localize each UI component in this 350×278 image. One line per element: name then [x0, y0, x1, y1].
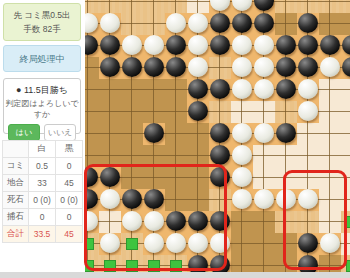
board-cell[interactable]: [231, 145, 253, 167]
board-cell[interactable]: [121, 35, 143, 57]
score-cell: 45: [56, 175, 83, 192]
white-stone[interactable]: [254, 35, 274, 55]
board-cell[interactable]: [99, 0, 121, 13]
board-cell[interactable]: [121, 123, 143, 145]
board-cell[interactable]: [231, 35, 253, 57]
black-stone[interactable]: [100, 35, 120, 55]
black-stone[interactable]: [210, 35, 230, 55]
black-stone[interactable]: [210, 79, 230, 99]
board-cell[interactable]: [319, 145, 341, 167]
board-cell[interactable]: [187, 101, 209, 123]
board-cell[interactable]: [319, 123, 341, 145]
board-cell[interactable]: [319, 101, 341, 123]
board-cell[interactable]: [275, 0, 297, 13]
board-cell[interactable]: [187, 0, 209, 13]
black-stone[interactable]: [232, 13, 252, 33]
board-cell[interactable]: [231, 211, 253, 233]
board-cell[interactable]: [275, 123, 297, 145]
board-cell[interactable]: [319, 35, 341, 57]
board-cell[interactable]: [231, 0, 253, 13]
black-stone[interactable]: [342, 35, 350, 55]
board-cell[interactable]: [297, 145, 319, 167]
board-cell[interactable]: [231, 57, 253, 79]
score-header: 白: [29, 141, 56, 158]
score-cell: 0 (0): [29, 192, 56, 209]
board-cell[interactable]: [231, 167, 253, 189]
score-cell: 0: [56, 209, 83, 226]
board-cell[interactable]: [165, 101, 187, 123]
black-stone[interactable]: [298, 13, 318, 33]
board-cell[interactable]: [341, 101, 350, 123]
board-cell[interactable]: [143, 13, 165, 35]
white-stone[interactable]: [188, 35, 208, 55]
score-cell: 死石: [3, 192, 29, 209]
komi-info: 先 コミ黒0.5出: [4, 8, 80, 22]
black-stone[interactable]: [144, 123, 164, 143]
board-cell[interactable]: [297, 0, 319, 13]
board-cell[interactable]: [275, 79, 297, 101]
board-cell[interactable]: [253, 13, 275, 35]
black-stone[interactable]: [254, 13, 274, 33]
board-cell[interactable]: [319, 0, 341, 13]
board-cell[interactable]: [121, 13, 143, 35]
board-cell[interactable]: [341, 123, 350, 145]
board-cell[interactable]: [341, 79, 350, 101]
board-cell[interactable]: [165, 0, 187, 13]
board-cell[interactable]: [253, 123, 275, 145]
black-stone[interactable]: [188, 79, 208, 99]
black-stone[interactable]: [144, 57, 164, 77]
white-stone[interactable]: [232, 167, 252, 187]
board-cell[interactable]: [253, 57, 275, 79]
score-cell: コミ: [3, 158, 29, 175]
board-cell[interactable]: [319, 79, 341, 101]
black-stone[interactable]: [210, 123, 230, 143]
board-cell[interactable]: [209, 79, 231, 101]
board-cell[interactable]: [209, 0, 231, 13]
board-cell[interactable]: [143, 0, 165, 13]
board-cell[interactable]: [187, 35, 209, 57]
board-cell[interactable]: [341, 57, 350, 79]
white-stone[interactable]: [254, 123, 274, 143]
score-cell: 0: [29, 209, 56, 226]
white-stone[interactable]: [122, 35, 142, 55]
black-stone[interactable]: [100, 57, 120, 77]
board-cell[interactable]: [121, 79, 143, 101]
board-cell[interactable]: [99, 13, 121, 35]
board-cell[interactable]: [319, 13, 341, 35]
board-cell[interactable]: [297, 79, 319, 101]
board-cell[interactable]: [341, 145, 350, 167]
white-stone[interactable]: [232, 189, 252, 209]
black-stone[interactable]: [166, 57, 186, 77]
white-stone[interactable]: [166, 13, 186, 33]
board-cell[interactable]: [275, 101, 297, 123]
score-cell: 33.5: [29, 226, 56, 243]
board-cell[interactable]: [231, 233, 253, 255]
yes-button[interactable]: はい: [8, 124, 40, 141]
white-stone[interactable]: [232, 57, 252, 77]
board-cell[interactable]: [209, 35, 231, 57]
board-cell[interactable]: [297, 35, 319, 57]
score-header: 黒: [56, 141, 83, 158]
side-panel: 先 コミ黒0.5出 手数 82手 終局処理中 ● 11.5目勝ち 判定図はよろし…: [0, 0, 85, 278]
game-info-box: 先 コミ黒0.5出 手数 82手: [3, 3, 81, 41]
board-cell[interactable]: [231, 79, 253, 101]
score-cell: 地合: [3, 175, 29, 192]
white-stone[interactable]: [232, 35, 252, 55]
no-button[interactable]: いいえ: [44, 124, 76, 141]
board-cell[interactable]: [121, 0, 143, 13]
black-stone[interactable]: [276, 79, 296, 99]
score-cell: 0: [56, 158, 83, 175]
score-cell: 45: [56, 226, 83, 243]
confirm-question: 判定図はよろしいですか: [4, 98, 80, 120]
black-stone[interactable]: [320, 35, 340, 55]
board-cell[interactable]: [209, 101, 231, 123]
white-stone[interactable]: [254, 189, 274, 209]
board-cell[interactable]: [143, 123, 165, 145]
board-cell[interactable]: [99, 123, 121, 145]
board-cell[interactable]: [99, 101, 121, 123]
board-cell[interactable]: [253, 167, 275, 189]
board-cell[interactable]: [253, 101, 275, 123]
board-cell[interactable]: [341, 13, 350, 35]
board-cell[interactable]: [297, 123, 319, 145]
board-cell[interactable]: [209, 13, 231, 35]
black-stone[interactable]: [166, 35, 186, 55]
board-cell[interactable]: [143, 57, 165, 79]
black-stone[interactable]: [276, 35, 296, 55]
board-cell[interactable]: [99, 57, 121, 79]
board-cell[interactable]: [143, 79, 165, 101]
board-cell[interactable]: [121, 57, 143, 79]
board-cell[interactable]: [99, 79, 121, 101]
window-bottom-edge: [0, 272, 350, 278]
black-stone[interactable]: [276, 57, 296, 77]
black-stone[interactable]: [254, 0, 274, 11]
white-stone[interactable]: [188, 57, 208, 77]
annotation-rect-right: [283, 170, 347, 270]
board-cell[interactable]: [253, 35, 275, 57]
board-cell[interactable]: [209, 57, 231, 79]
black-stone[interactable]: [210, 13, 230, 33]
score-cell: 0.5: [29, 158, 56, 175]
board-cell[interactable]: [275, 145, 297, 167]
white-stone[interactable]: [298, 79, 318, 99]
move-count: 手数 82手: [4, 22, 80, 36]
board-cell[interactable]: [187, 79, 209, 101]
board-cell[interactable]: [297, 57, 319, 79]
board-cell[interactable]: [165, 123, 187, 145]
board-cell[interactable]: [231, 123, 253, 145]
board-cell[interactable]: [187, 13, 209, 35]
score-cell: 捕石: [3, 209, 29, 226]
board-cell[interactable]: [143, 35, 165, 57]
board-cell[interactable]: [165, 79, 187, 101]
white-stone[interactable]: [254, 57, 274, 77]
app-window: 先 コミ黒0.5出 手数 82手 終局処理中 ● 11.5目勝ち 判定図はよろし…: [0, 0, 350, 278]
score-table: 白黒コミ0.50地合3345死石0 (0)0 (0)捕石00合計33.545: [2, 140, 83, 243]
board-cell[interactable]: [253, 79, 275, 101]
black-stone[interactable]: [122, 57, 142, 77]
board-cell[interactable]: [275, 35, 297, 57]
black-stone[interactable]: [298, 35, 318, 55]
board-cell[interactable]: [231, 13, 253, 35]
board-cell[interactable]: [253, 233, 275, 255]
board-cell[interactable]: [143, 101, 165, 123]
score-cell: 合計: [3, 226, 29, 243]
board-cell[interactable]: [187, 123, 209, 145]
board-cell[interactable]: [341, 0, 350, 13]
board-cell[interactable]: [99, 35, 121, 57]
board-cell[interactable]: [121, 101, 143, 123]
board-cell[interactable]: [165, 35, 187, 57]
board-cell[interactable]: [253, 145, 275, 167]
score-cell: 33: [29, 175, 56, 192]
black-stone[interactable]: [210, 145, 230, 165]
white-stone[interactable]: [232, 123, 252, 143]
board-cell[interactable]: [275, 13, 297, 35]
white-stone[interactable]: [210, 0, 230, 11]
board-cell[interactable]: [297, 101, 319, 123]
white-stone[interactable]: [320, 57, 340, 77]
board-cell[interactable]: [187, 57, 209, 79]
status-badge: 終局処理中: [3, 45, 81, 72]
white-stone[interactable]: [232, 79, 252, 99]
white-stone[interactable]: [188, 13, 208, 33]
board-cell[interactable]: [165, 57, 187, 79]
black-stone[interactable]: [342, 57, 350, 77]
board-cell[interactable]: [253, 211, 275, 233]
white-stone[interactable]: [144, 35, 164, 55]
board-cell[interactable]: [341, 35, 350, 57]
score-header: [3, 141, 29, 158]
board-cell[interactable]: [253, 0, 275, 13]
board-cell[interactable]: [209, 123, 231, 145]
board-cell[interactable]: [319, 57, 341, 79]
annotation-rect-left: [84, 164, 227, 271]
board-cell[interactable]: [165, 13, 187, 35]
white-stone[interactable]: [232, 145, 252, 165]
board-cell[interactable]: [297, 13, 319, 35]
board-cell[interactable]: [253, 189, 275, 211]
board-cell[interactable]: [231, 189, 253, 211]
judgement-dialog: ● 11.5目勝ち 判定図はよろしいですか はい いいえ: [3, 78, 81, 134]
black-stone[interactable]: [276, 123, 296, 143]
black-stone[interactable]: [188, 101, 208, 121]
board-cell[interactable]: [231, 101, 253, 123]
white-stone[interactable]: [254, 79, 274, 99]
result-text: ● 11.5目勝ち: [4, 84, 80, 97]
white-stone[interactable]: [100, 13, 120, 33]
white-stone[interactable]: [232, 0, 252, 11]
score-cell: 0 (0): [56, 192, 83, 209]
black-stone[interactable]: [298, 57, 318, 77]
white-stone[interactable]: [298, 101, 318, 121]
board-cell[interactable]: [275, 57, 297, 79]
